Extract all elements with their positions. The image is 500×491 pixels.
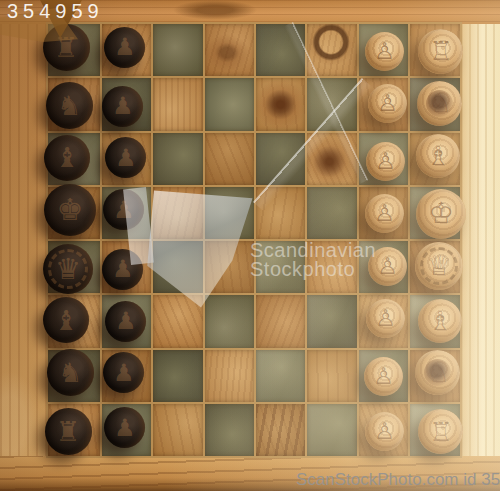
black-pawn-glyph: ♟ xyxy=(112,257,134,281)
square-g4[interactable] xyxy=(256,78,305,130)
piece-white-pawn[interactable]: ♙ xyxy=(366,299,405,338)
piece-white-knight[interactable]: ♘ xyxy=(417,81,462,126)
white-pawn-glyph: ♙ xyxy=(375,307,396,330)
piece-white-king[interactable]: ♔ xyxy=(416,189,466,239)
square-c4[interactable] xyxy=(256,295,305,347)
square-e1[interactable]: ♔ xyxy=(410,187,460,239)
square-h6[interactable] xyxy=(153,24,202,76)
white-rook-glyph: ♖ xyxy=(429,419,452,445)
square-b5[interactable] xyxy=(205,350,254,402)
white-pawn-glyph: ♙ xyxy=(377,92,398,115)
white-queen-glyph: ♕ xyxy=(426,252,451,280)
black-pawn-glyph: ♟ xyxy=(114,35,136,59)
square-f7[interactable]: ♟ xyxy=(102,133,151,185)
piece-black-pawn[interactable]: ♟ xyxy=(102,86,143,127)
black-pawn-glyph: ♟ xyxy=(113,198,135,222)
square-a6[interactable] xyxy=(153,404,202,456)
square-a1[interactable]: ♖ xyxy=(410,404,460,456)
black-pawn-glyph: ♟ xyxy=(115,309,137,333)
square-e6[interactable] xyxy=(153,187,202,239)
piece-white-pawn[interactable]: ♙ xyxy=(364,357,403,396)
piece-black-pawn[interactable]: ♟ xyxy=(102,249,143,290)
square-e8[interactable]: ♚ xyxy=(48,187,100,239)
piece-black-knight[interactable]: ♞ xyxy=(46,82,93,129)
square-b3[interactable] xyxy=(307,350,356,402)
square-h3[interactable] xyxy=(307,24,356,76)
white-knight-glyph: ♘ xyxy=(426,360,449,386)
square-e2[interactable]: ♙ xyxy=(359,187,408,239)
piece-black-king[interactable]: ♚ xyxy=(44,184,96,236)
piece-black-rook[interactable]: ♜ xyxy=(45,408,92,455)
square-d3[interactable] xyxy=(307,241,356,293)
black-pawn-glyph: ♟ xyxy=(115,146,137,170)
black-pawn-glyph: ♟ xyxy=(112,94,134,118)
square-a7[interactable]: ♟ xyxy=(102,404,151,456)
piece-white-pawn[interactable]: ♙ xyxy=(368,84,407,123)
square-c5[interactable] xyxy=(205,295,254,347)
chess-board: ♜♟♙♖♞♟♙♘♝♟♙♗♚♟♙♔♛♟♙♕♝♟♙♗♞♟♙♘♜♟♙♖ xyxy=(46,22,462,458)
black-bishop-glyph: ♝ xyxy=(54,307,78,334)
square-a5[interactable] xyxy=(205,404,254,456)
board-frame-right xyxy=(461,24,500,456)
square-h4[interactable] xyxy=(256,24,305,76)
white-knight-glyph: ♘ xyxy=(428,90,451,116)
piece-black-pawn[interactable]: ♟ xyxy=(104,407,145,448)
square-c7[interactable]: ♟ xyxy=(102,295,151,347)
board-frame-bottom xyxy=(0,456,500,491)
square-a3[interactable] xyxy=(307,404,356,456)
square-b8[interactable]: ♞ xyxy=(48,350,100,402)
piece-white-pawn[interactable]: ♙ xyxy=(365,194,404,233)
piece-black-pawn[interactable]: ♟ xyxy=(105,301,146,342)
square-h5[interactable] xyxy=(205,24,254,76)
piece-black-bishop[interactable]: ♝ xyxy=(43,297,89,343)
white-pawn-glyph: ♙ xyxy=(374,420,395,443)
black-knight-glyph: ♞ xyxy=(57,92,81,119)
square-c1[interactable]: ♗ xyxy=(410,295,460,347)
piece-white-bishop[interactable]: ♗ xyxy=(416,134,460,178)
square-g7[interactable]: ♟ xyxy=(102,78,151,130)
black-rook-glyph: ♜ xyxy=(56,418,80,445)
white-rook-glyph: ♖ xyxy=(429,38,452,64)
black-knight-glyph: ♞ xyxy=(58,359,82,386)
square-g8[interactable]: ♞ xyxy=(48,78,100,130)
black-king-glyph: ♚ xyxy=(57,195,84,225)
square-d2[interactable]: ♙ xyxy=(359,241,408,293)
square-d5[interactable] xyxy=(205,241,254,293)
square-e5[interactable] xyxy=(205,187,254,239)
square-c8[interactable]: ♝ xyxy=(48,295,100,347)
square-a8[interactable]: ♜ xyxy=(48,404,100,456)
black-pawn-glyph: ♟ xyxy=(114,416,136,440)
white-bishop-glyph: ♗ xyxy=(426,143,449,169)
square-f2[interactable]: ♙ xyxy=(359,133,408,185)
piece-black-pawn[interactable]: ♟ xyxy=(103,189,144,230)
square-h8[interactable]: ♜ xyxy=(48,24,100,76)
square-d7[interactable]: ♟ xyxy=(102,241,151,293)
square-a2[interactable]: ♙ xyxy=(359,404,408,456)
square-f1[interactable]: ♗ xyxy=(410,133,460,185)
square-a4[interactable] xyxy=(256,404,305,456)
white-pawn-glyph: ♙ xyxy=(375,150,396,173)
square-d4[interactable] xyxy=(256,241,305,293)
black-queen-glyph: ♛ xyxy=(55,255,81,284)
square-g1[interactable]: ♘ xyxy=(410,78,460,130)
board-frame-left xyxy=(0,24,47,456)
white-bishop-glyph: ♗ xyxy=(428,308,451,334)
black-bishop-glyph: ♝ xyxy=(55,144,79,171)
square-g5[interactable] xyxy=(205,78,254,130)
square-b2[interactable]: ♙ xyxy=(359,350,408,402)
piece-black-knight[interactable]: ♞ xyxy=(47,349,94,396)
piece-black-pawn[interactable]: ♟ xyxy=(105,137,146,178)
piece-white-rook[interactable]: ♖ xyxy=(418,29,463,74)
square-f8[interactable]: ♝ xyxy=(48,133,100,185)
square-b7[interactable]: ♟ xyxy=(102,350,151,402)
white-pawn-glyph: ♙ xyxy=(373,365,394,388)
piece-white-bishop[interactable]: ♗ xyxy=(418,299,462,343)
piece-white-queen[interactable]: ♕ xyxy=(415,242,463,290)
black-pawn-glyph: ♟ xyxy=(113,361,135,385)
stock-photo-chessboard: ♜♟♙♖♞♟♙♘♝♟♙♗♚♟♙♔♛♟♙♕♝♟♙♗♞♟♙♘♜♟♙♖ 354959 … xyxy=(0,0,500,491)
square-c2[interactable]: ♙ xyxy=(359,295,408,347)
piece-white-pawn[interactable]: ♙ xyxy=(365,412,404,451)
square-f4[interactable] xyxy=(256,133,305,185)
board-frame-top xyxy=(0,0,500,24)
white-pawn-glyph: ♙ xyxy=(374,40,395,63)
square-h2[interactable]: ♙ xyxy=(359,24,408,76)
square-d1[interactable]: ♕ xyxy=(410,241,460,293)
piece-black-pawn[interactable]: ♟ xyxy=(104,27,145,68)
black-rook-glyph: ♜ xyxy=(54,34,78,61)
square-c3[interactable] xyxy=(307,295,356,347)
square-g3[interactable] xyxy=(307,78,356,130)
square-e3[interactable] xyxy=(307,187,356,239)
white-pawn-glyph: ♙ xyxy=(377,255,398,278)
square-h1[interactable]: ♖ xyxy=(410,24,460,76)
piece-black-queen[interactable]: ♛ xyxy=(43,244,93,294)
square-g2[interactable]: ♙ xyxy=(359,78,408,130)
square-h7[interactable]: ♟ xyxy=(102,24,151,76)
white-king-glyph: ♔ xyxy=(428,199,454,228)
piece-black-pawn[interactable]: ♟ xyxy=(103,352,144,393)
square-c6[interactable] xyxy=(153,295,202,347)
piece-white-pawn[interactable]: ♙ xyxy=(368,247,407,286)
piece-white-rook[interactable]: ♖ xyxy=(418,409,463,454)
piece-white-pawn[interactable]: ♙ xyxy=(366,142,405,181)
piece-black-rook[interactable]: ♜ xyxy=(43,24,90,71)
square-e7[interactable]: ♟ xyxy=(102,187,151,239)
square-d8[interactable]: ♛ xyxy=(48,241,100,293)
piece-black-bishop[interactable]: ♝ xyxy=(44,135,90,181)
square-b6[interactable] xyxy=(153,350,202,402)
piece-white-knight[interactable]: ♘ xyxy=(415,350,460,395)
white-pawn-glyph: ♙ xyxy=(374,202,395,225)
square-f5[interactable] xyxy=(205,133,254,185)
square-f3[interactable] xyxy=(307,133,356,185)
square-g6[interactable] xyxy=(153,78,202,130)
square-b4[interactable] xyxy=(256,350,305,402)
square-e4[interactable] xyxy=(256,187,305,239)
square-f6[interactable] xyxy=(153,133,202,185)
piece-white-pawn[interactable]: ♙ xyxy=(365,32,404,71)
square-d6[interactable] xyxy=(153,241,202,293)
square-b1[interactable]: ♘ xyxy=(410,350,460,402)
